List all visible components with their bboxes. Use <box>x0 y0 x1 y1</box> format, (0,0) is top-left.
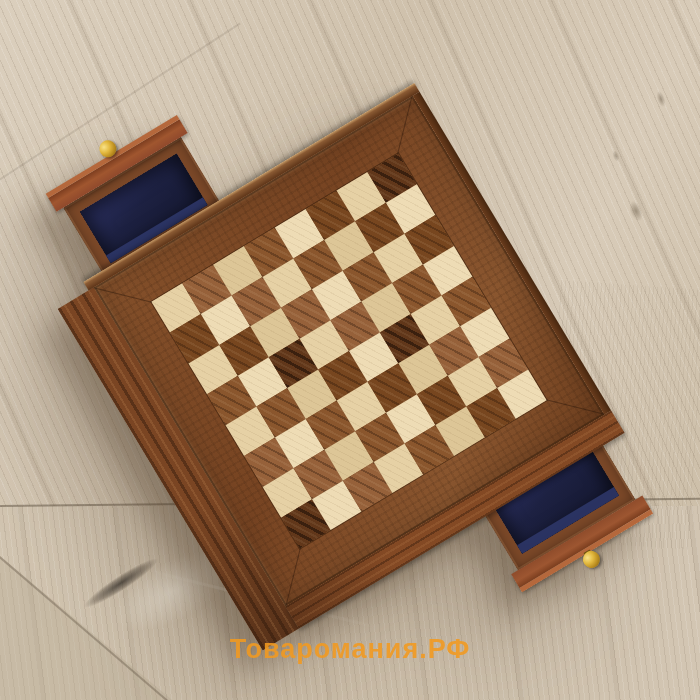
chess-box-scene <box>53 83 625 650</box>
frame-mitre-joint <box>94 287 154 303</box>
scene-shadow <box>0 0 700 700</box>
photo-stage: Товаромания.РФ <box>0 0 700 700</box>
frame-mitre-joint <box>397 96 413 156</box>
watermark: Товаромания.РФ <box>230 634 471 665</box>
frame-mitre-joint <box>544 399 604 415</box>
frame-mitre-joint <box>285 546 301 606</box>
